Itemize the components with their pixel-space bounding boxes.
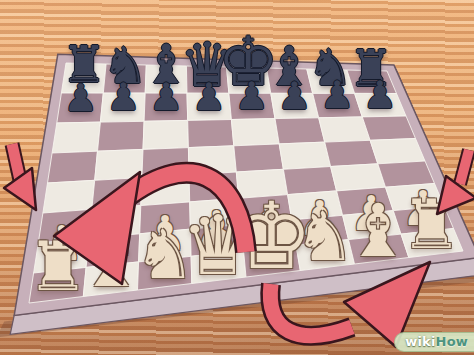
piece-black-pawn-h7[interactable]: ♟ (363, 76, 397, 114)
wikihow-watermark: wikiHow (394, 332, 474, 352)
piece-black-pawn-d7[interactable]: ♟ (192, 78, 226, 116)
piece-black-pawn-f7[interactable]: ♟ (277, 77, 311, 115)
piece-black-pawn-e7[interactable]: ♟ (234, 77, 268, 115)
piece-black-pawn-c7[interactable]: ♟ (149, 78, 183, 116)
piece-black-pawn-a7[interactable]: ♟ (63, 79, 97, 117)
piece-black-pawn-g7[interactable]: ♟ (320, 76, 354, 114)
pieces-layer: ♜♞♝♛♚♝♞♜♟♟♟♟♟♟♟♟♟♟♟♟♟♟♟♟♜♝♞♛♚♞♝♜ (0, 0, 474, 355)
piece-black-pawn-b7[interactable]: ♟ (106, 79, 140, 117)
piece-white-rook-h1[interactable]: ♜ (401, 191, 462, 259)
wikihow-watermark-wiki: wiki (405, 334, 435, 349)
wikihow-watermark-how: How (436, 334, 468, 349)
chessboard-scene: ♜♞♝♛♚♝♞♜♟♟♟♟♟♟♟♟♟♟♟♟♟♟♟♟♜♝♞♛♚♞♝♜ wikiHow (0, 0, 474, 355)
